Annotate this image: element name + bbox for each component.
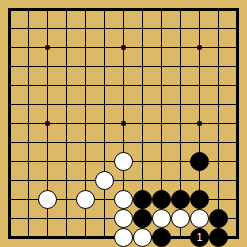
empty-intersection[interactable] xyxy=(38,19,57,38)
intersection xyxy=(133,190,152,209)
empty-intersection[interactable] xyxy=(190,76,209,95)
intersection xyxy=(133,228,152,247)
empty-intersection[interactable] xyxy=(0,57,19,76)
empty-intersection[interactable] xyxy=(95,133,114,152)
empty-intersection[interactable] xyxy=(19,133,38,152)
empty-intersection[interactable] xyxy=(0,114,19,133)
empty-intersection[interactable] xyxy=(19,190,38,209)
empty-intersection[interactable] xyxy=(152,171,171,190)
empty-intersection[interactable] xyxy=(190,0,209,19)
empty-intersection[interactable] xyxy=(228,57,247,76)
empty-intersection[interactable] xyxy=(114,76,133,95)
empty-intersection[interactable] xyxy=(190,114,209,133)
empty-intersection[interactable] xyxy=(0,19,19,38)
empty-intersection[interactable] xyxy=(19,76,38,95)
empty-intersection[interactable] xyxy=(190,95,209,114)
empty-intersection[interactable] xyxy=(209,38,228,57)
intersection xyxy=(38,190,57,209)
empty-intersection[interactable] xyxy=(133,171,152,190)
white-stone xyxy=(114,152,133,171)
intersection xyxy=(76,190,95,209)
empty-intersection[interactable] xyxy=(57,19,76,38)
move-number-label: 1 xyxy=(196,232,202,243)
empty-intersection[interactable] xyxy=(228,133,247,152)
empty-intersection[interactable] xyxy=(171,114,190,133)
intersection xyxy=(190,190,209,209)
empty-intersection[interactable] xyxy=(228,228,247,247)
empty-intersection[interactable] xyxy=(152,152,171,171)
empty-intersection[interactable] xyxy=(0,38,19,57)
empty-intersection[interactable] xyxy=(19,171,38,190)
empty-intersection[interactable] xyxy=(209,133,228,152)
empty-intersection[interactable] xyxy=(57,76,76,95)
empty-intersection[interactable] xyxy=(133,133,152,152)
intersection: 1 xyxy=(190,228,209,247)
empty-intersection[interactable] xyxy=(19,209,38,228)
empty-intersection[interactable] xyxy=(95,95,114,114)
white-stone xyxy=(38,190,57,209)
empty-intersection[interactable] xyxy=(57,38,76,57)
empty-intersection[interactable] xyxy=(19,152,38,171)
intersection xyxy=(171,209,190,228)
empty-intersection[interactable] xyxy=(209,57,228,76)
empty-intersection[interactable] xyxy=(171,171,190,190)
empty-intersection[interactable] xyxy=(57,95,76,114)
intersection xyxy=(209,209,228,228)
black-stone xyxy=(209,228,228,247)
empty-intersection[interactable] xyxy=(76,0,95,19)
empty-intersection[interactable] xyxy=(95,0,114,19)
black-stone: 1 xyxy=(190,228,209,247)
empty-intersection[interactable] xyxy=(209,152,228,171)
empty-intersection[interactable] xyxy=(114,19,133,38)
intersection xyxy=(114,209,133,228)
empty-intersection[interactable] xyxy=(95,152,114,171)
empty-intersection[interactable] xyxy=(76,171,95,190)
empty-intersection[interactable] xyxy=(0,190,19,209)
empty-intersection[interactable] xyxy=(38,57,57,76)
empty-intersection[interactable] xyxy=(57,190,76,209)
empty-intersection[interactable] xyxy=(152,95,171,114)
empty-intersection[interactable] xyxy=(228,114,247,133)
empty-intersection[interactable] xyxy=(0,171,19,190)
empty-intersection[interactable] xyxy=(38,76,57,95)
black-stone xyxy=(171,190,190,209)
empty-intersection[interactable] xyxy=(38,228,57,247)
empty-intersection[interactable] xyxy=(0,209,19,228)
white-stone xyxy=(95,171,114,190)
empty-intersection[interactable] xyxy=(209,171,228,190)
empty-intersection[interactable] xyxy=(76,57,95,76)
empty-intersection[interactable] xyxy=(209,95,228,114)
empty-intersection[interactable] xyxy=(114,133,133,152)
intersection xyxy=(114,190,133,209)
empty-intersection[interactable] xyxy=(0,0,19,19)
empty-intersection[interactable] xyxy=(38,133,57,152)
empty-intersection[interactable] xyxy=(152,38,171,57)
empty-intersection[interactable] xyxy=(95,190,114,209)
empty-intersection[interactable] xyxy=(95,114,114,133)
empty-intersection[interactable] xyxy=(171,76,190,95)
empty-intersection[interactable] xyxy=(57,114,76,133)
empty-intersection[interactable] xyxy=(171,152,190,171)
empty-intersection[interactable] xyxy=(95,228,114,247)
intersection xyxy=(190,152,209,171)
empty-intersection[interactable] xyxy=(228,152,247,171)
empty-intersection[interactable] xyxy=(114,0,133,19)
intersection xyxy=(152,190,171,209)
empty-intersection[interactable] xyxy=(209,190,228,209)
empty-intersection[interactable] xyxy=(209,76,228,95)
empty-intersection[interactable] xyxy=(190,19,209,38)
empty-intersection[interactable] xyxy=(19,228,38,247)
intersection xyxy=(171,190,190,209)
empty-intersection[interactable] xyxy=(76,152,95,171)
empty-intersection[interactable] xyxy=(76,19,95,38)
empty-intersection[interactable] xyxy=(171,228,190,247)
empty-intersection[interactable] xyxy=(209,19,228,38)
empty-intersection[interactable] xyxy=(76,209,95,228)
black-stone xyxy=(152,228,171,247)
empty-intersection[interactable] xyxy=(152,19,171,38)
empty-intersection[interactable] xyxy=(76,38,95,57)
empty-intersection[interactable] xyxy=(190,38,209,57)
intersection xyxy=(209,228,228,247)
black-stone xyxy=(133,209,152,228)
intersection xyxy=(114,152,133,171)
empty-intersection[interactable] xyxy=(57,133,76,152)
empty-intersection[interactable] xyxy=(190,133,209,152)
empty-intersection[interactable] xyxy=(76,133,95,152)
empty-intersection[interactable] xyxy=(38,38,57,57)
empty-intersection[interactable] xyxy=(38,95,57,114)
empty-intersection[interactable] xyxy=(133,152,152,171)
empty-intersection[interactable] xyxy=(133,38,152,57)
intersection xyxy=(114,228,133,247)
white-stone xyxy=(190,209,209,228)
empty-intersection[interactable] xyxy=(0,95,19,114)
intersection xyxy=(95,171,114,190)
empty-intersection[interactable] xyxy=(114,38,133,57)
empty-intersection[interactable] xyxy=(133,76,152,95)
empty-intersection[interactable] xyxy=(171,57,190,76)
empty-intersection[interactable] xyxy=(19,95,38,114)
empty-intersection[interactable] xyxy=(76,228,95,247)
empty-intersection[interactable] xyxy=(95,57,114,76)
empty-intersection[interactable] xyxy=(38,209,57,228)
black-stone xyxy=(133,190,152,209)
empty-intersection[interactable] xyxy=(152,0,171,19)
empty-intersection[interactable] xyxy=(38,171,57,190)
empty-intersection[interactable] xyxy=(76,95,95,114)
empty-intersection[interactable] xyxy=(152,114,171,133)
white-stone xyxy=(171,209,190,228)
empty-intersection[interactable] xyxy=(133,19,152,38)
empty-intersection[interactable] xyxy=(76,114,95,133)
empty-intersection[interactable] xyxy=(114,57,133,76)
white-stone xyxy=(152,209,171,228)
go-board: 1 xyxy=(0,0,247,247)
empty-intersection[interactable] xyxy=(95,209,114,228)
empty-intersection[interactable] xyxy=(171,95,190,114)
black-stone xyxy=(190,152,209,171)
white-stone xyxy=(114,190,133,209)
empty-intersection[interactable] xyxy=(57,209,76,228)
empty-intersection[interactable] xyxy=(228,19,247,38)
empty-intersection[interactable] xyxy=(228,171,247,190)
empty-intersection[interactable] xyxy=(0,152,19,171)
empty-intersection[interactable] xyxy=(0,228,19,247)
empty-intersection[interactable] xyxy=(228,209,247,228)
empty-intersection[interactable] xyxy=(152,133,171,152)
empty-intersection[interactable] xyxy=(209,0,228,19)
empty-intersection[interactable] xyxy=(228,0,247,19)
empty-intersection[interactable] xyxy=(209,114,228,133)
black-stone xyxy=(209,209,228,228)
empty-intersection[interactable] xyxy=(171,0,190,19)
empty-intersection[interactable] xyxy=(171,19,190,38)
empty-intersection[interactable] xyxy=(133,0,152,19)
empty-intersection[interactable] xyxy=(19,19,38,38)
empty-intersection[interactable] xyxy=(114,114,133,133)
empty-intersection[interactable] xyxy=(228,95,247,114)
empty-intersection[interactable] xyxy=(190,171,209,190)
white-stone xyxy=(114,209,133,228)
empty-intersection[interactable] xyxy=(228,76,247,95)
empty-intersection[interactable] xyxy=(0,76,19,95)
black-stone xyxy=(152,190,171,209)
empty-intersection[interactable] xyxy=(171,38,190,57)
white-stone xyxy=(76,190,95,209)
empty-intersection[interactable] xyxy=(38,152,57,171)
empty-intersection[interactable] xyxy=(114,95,133,114)
intersection xyxy=(133,209,152,228)
empty-intersection[interactable] xyxy=(133,114,152,133)
empty-intersection[interactable] xyxy=(57,228,76,247)
empty-intersection[interactable] xyxy=(0,133,19,152)
empty-intersection[interactable] xyxy=(19,0,38,19)
empty-intersection[interactable] xyxy=(57,152,76,171)
intersection xyxy=(152,228,171,247)
empty-intersection[interactable] xyxy=(57,171,76,190)
intersection xyxy=(190,209,209,228)
empty-intersection[interactable] xyxy=(190,57,209,76)
intersection xyxy=(152,209,171,228)
empty-intersection[interactable] xyxy=(95,38,114,57)
empty-intersection[interactable] xyxy=(19,57,38,76)
empty-intersection[interactable] xyxy=(152,76,171,95)
white-stone xyxy=(133,228,152,247)
empty-intersection[interactable] xyxy=(95,76,114,95)
go-diagram: 1 xyxy=(0,0,247,247)
empty-intersection[interactable] xyxy=(19,38,38,57)
black-stone xyxy=(190,190,209,209)
empty-intersection[interactable] xyxy=(228,38,247,57)
empty-intersection[interactable] xyxy=(38,114,57,133)
empty-intersection[interactable] xyxy=(57,0,76,19)
empty-intersection[interactable] xyxy=(152,57,171,76)
white-stone xyxy=(114,228,133,247)
empty-intersection[interactable] xyxy=(57,57,76,76)
empty-intersection[interactable] xyxy=(38,0,57,19)
empty-intersection[interactable] xyxy=(171,133,190,152)
empty-intersection[interactable] xyxy=(19,114,38,133)
empty-intersection[interactable] xyxy=(133,57,152,76)
empty-intersection[interactable] xyxy=(114,171,133,190)
empty-intersection[interactable] xyxy=(133,95,152,114)
empty-intersection[interactable] xyxy=(76,76,95,95)
empty-intersection[interactable] xyxy=(95,19,114,38)
empty-intersection[interactable] xyxy=(228,190,247,209)
